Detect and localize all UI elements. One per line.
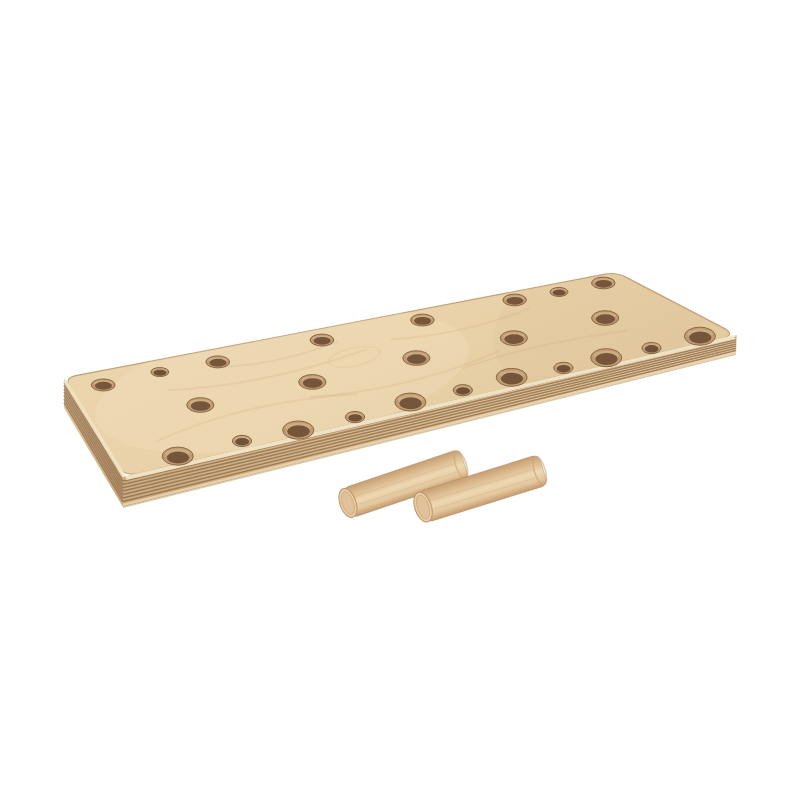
hole-interior [689,332,711,344]
hole-large[interactable] [684,327,715,345]
pegboard-scene [0,0,800,800]
hole-interior [154,370,167,376]
hole-large[interactable] [206,356,230,368]
hole-interior [553,290,566,296]
loose-pegs [335,448,549,524]
hole-small[interactable] [550,287,568,296]
hole-interior [95,382,112,390]
hole-large[interactable] [496,368,527,386]
hole-large[interactable] [411,314,435,326]
hole-interior [456,387,470,394]
hole-large[interactable] [187,398,214,413]
hole-interior [209,359,226,367]
hole-large[interactable] [403,351,430,366]
hole-small[interactable] [554,362,573,373]
hole-large[interactable] [591,349,622,367]
hole-interior [596,314,616,324]
hole-interior [303,378,323,388]
hole-interior [501,373,523,385]
hole-large[interactable] [299,375,326,390]
hole-interior [557,365,571,372]
hole-large[interactable] [310,334,334,346]
hole-large[interactable] [283,421,314,439]
hole-interior [595,280,612,288]
product-photo [0,0,800,800]
hole-interior [287,425,309,437]
hole-small[interactable] [453,385,472,396]
hole-interior [645,345,659,352]
hole-interior [506,297,523,305]
hole-interior [504,334,524,344]
hole-small[interactable] [232,435,251,446]
hole-interior [167,451,189,463]
hole-large[interactable] [592,277,616,289]
hole-interior [399,397,421,409]
hole-interior [348,414,362,421]
hole-interior [595,353,617,365]
hole-interior [314,337,331,345]
wood-grain [84,196,745,479]
hole-large[interactable] [503,294,526,306]
hole-large[interactable] [592,311,619,326]
hole-interior [414,317,431,325]
hole-small[interactable] [642,342,661,353]
hole-large[interactable] [162,447,193,465]
hole-interior [235,438,249,445]
peg-board [64,196,745,507]
hole-small[interactable] [345,411,364,422]
hole-interior [407,354,427,364]
hole-large[interactable] [500,331,527,346]
hole-large[interactable] [91,379,115,391]
hole-large[interactable] [395,393,426,411]
hole-interior [191,401,211,411]
hole-small[interactable] [151,368,169,377]
